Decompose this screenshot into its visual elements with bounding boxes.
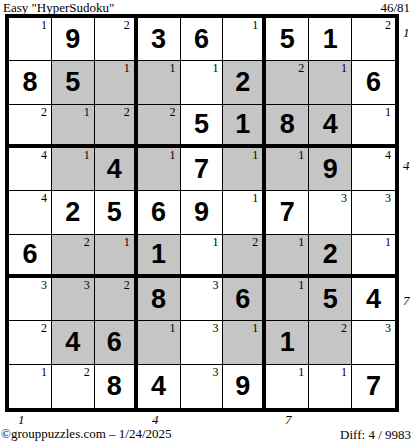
given-digit: 5 xyxy=(107,199,122,226)
cell-r4c2[interactable]: 1 xyxy=(52,148,95,191)
given-digit: 5 xyxy=(65,69,80,96)
cell-r2c9[interactable]: 6 xyxy=(352,61,395,104)
cell-r7c4[interactable]: 8 xyxy=(138,278,181,321)
pencil-mark: 3 xyxy=(385,321,391,335)
cell-r6c1[interactable]: 6 xyxy=(9,235,52,278)
pencil-mark: 4 xyxy=(385,148,391,162)
cell-r2c5[interactable]: 1 xyxy=(181,61,224,104)
given-digit: 6 xyxy=(22,241,37,268)
cell-r3c3[interactable]: 2 xyxy=(95,105,138,148)
cell-r8c5[interactable]: 3 xyxy=(181,321,224,364)
cell-r6c5[interactable]: 1 xyxy=(181,235,224,278)
given-digit: 7 xyxy=(194,156,209,183)
cell-r8c8[interactable]: 2 xyxy=(309,321,352,364)
cell-r8c1[interactable]: 2 xyxy=(9,321,52,364)
given-digit: 4 xyxy=(107,156,122,183)
cell-r6c2[interactable]: 2 xyxy=(52,235,95,278)
cell-r5c5[interactable]: 9 xyxy=(181,191,224,234)
row-label-1: 1 xyxy=(403,26,410,40)
cell-r3c6[interactable]: 1 xyxy=(223,105,266,148)
pencil-mark: 3 xyxy=(212,365,218,379)
cell-r7c2[interactable]: 3 xyxy=(52,278,95,321)
pencil-mark: 1 xyxy=(252,191,258,205)
pencil-mark: 1 xyxy=(84,148,90,162)
cell-r9c6[interactable]: 9 xyxy=(223,365,266,408)
given-digit: 2 xyxy=(235,69,250,96)
pencil-mark: 1 xyxy=(41,365,47,379)
cell-r8c9[interactable]: 3 xyxy=(352,321,395,364)
cell-r9c3[interactable]: 8 xyxy=(95,365,138,408)
pencil-mark: 2 xyxy=(41,105,47,119)
given-digit: 2 xyxy=(323,241,338,268)
cell-r8c6[interactable]: 1 xyxy=(223,321,266,364)
cell-r7c5[interactable]: 3 xyxy=(181,278,224,321)
cell-r1c8[interactable]: 1 xyxy=(309,18,352,61)
given-digit: 6 xyxy=(194,26,209,53)
cell-r3c8[interactable]: 4 xyxy=(309,105,352,148)
cell-r4c3[interactable]: 4 xyxy=(95,148,138,191)
cell-r2c4[interactable]: 1 xyxy=(138,61,181,104)
cell-r1c7[interactable]: 5 xyxy=(266,18,309,61)
copyright-text: ©grouppuzzles.com – 1/24/2025 xyxy=(1,426,172,442)
pencil-mark: 3 xyxy=(341,191,347,205)
pencil-mark: 1 xyxy=(298,365,304,379)
given-digit: 7 xyxy=(280,199,295,226)
cell-r3c4[interactable]: 2 xyxy=(138,105,181,148)
given-digit: 4 xyxy=(151,373,166,400)
cell-r4c5[interactable]: 7 xyxy=(181,148,224,191)
pencil-mark: 2 xyxy=(341,321,347,335)
given-digit: 9 xyxy=(235,373,250,400)
pencil-mark: 2 xyxy=(124,105,130,119)
cell-r5c2[interactable]: 2 xyxy=(52,191,95,234)
given-digit: 1 xyxy=(235,111,250,138)
cell-r7c9[interactable]: 4 xyxy=(352,278,395,321)
cell-r4c9[interactable]: 4 xyxy=(352,148,395,191)
pencil-mark: 1 xyxy=(212,235,218,249)
given-digit: 9 xyxy=(323,156,338,183)
pencil-mark: 2 xyxy=(124,18,130,32)
row-label-4: 4 xyxy=(403,159,410,173)
given-digit: 7 xyxy=(366,373,381,400)
cell-r2c6[interactable]: 2 xyxy=(223,61,266,104)
col-label-7: 7 xyxy=(285,413,292,427)
cell-r5c9[interactable]: 3 xyxy=(352,191,395,234)
pencil-mark: 1 xyxy=(341,365,347,379)
pencil-mark: 1 xyxy=(84,105,90,119)
hypersudoku-board: 1923615128511122162122518414141711944256… xyxy=(5,14,399,412)
pencil-mark: 2 xyxy=(170,105,176,119)
pencil-mark: 2 xyxy=(124,278,130,292)
cell-r3c7[interactable]: 8 xyxy=(266,105,309,148)
pencil-mark: 1 xyxy=(124,61,130,75)
cell-r9c8[interactable]: 1 xyxy=(309,365,352,408)
pencil-mark: 1 xyxy=(252,148,258,162)
cell-r8c4[interactable]: 1 xyxy=(138,321,181,364)
cell-r2c1[interactable]: 8 xyxy=(9,61,52,104)
cell-r7c8[interactable]: 5 xyxy=(309,278,352,321)
cell-r4c7[interactable]: 1 xyxy=(266,148,309,191)
given-digit: 8 xyxy=(22,69,37,96)
given-digit: 1 xyxy=(323,26,338,53)
given-digit: 6 xyxy=(151,199,166,226)
cell-r1c9[interactable]: 2 xyxy=(352,18,395,61)
cell-r2c3[interactable]: 1 xyxy=(95,61,138,104)
cell-r6c9[interactable]: 1 xyxy=(352,235,395,278)
cell-r8c3[interactable]: 6 xyxy=(95,321,138,364)
cell-r9c1[interactable]: 1 xyxy=(9,365,52,408)
cell-r9c9[interactable]: 7 xyxy=(352,365,395,408)
pencil-mark: 1 xyxy=(341,61,347,75)
pencil-mark: 1 xyxy=(170,148,176,162)
pencil-mark: 1 xyxy=(170,61,176,75)
pencil-mark: 1 xyxy=(298,278,304,292)
pencil-mark: 2 xyxy=(385,18,391,32)
cell-r5c6[interactable]: 1 xyxy=(223,191,266,234)
pencil-mark: 1 xyxy=(124,235,130,249)
cell-r5c8[interactable]: 3 xyxy=(309,191,352,234)
cell-r1c1[interactable]: 1 xyxy=(9,18,52,61)
given-digit: 4 xyxy=(323,111,338,138)
pencil-mark: 1 xyxy=(298,148,304,162)
cell-r7c6[interactable]: 6 xyxy=(223,278,266,321)
cell-r8c7[interactable]: 1 xyxy=(266,321,309,364)
cell-r5c1[interactable]: 4 xyxy=(9,191,52,234)
given-digit: 4 xyxy=(65,329,80,356)
pencil-mark: 1 xyxy=(385,105,391,119)
pencil-mark: 3 xyxy=(212,321,218,335)
cell-r4c8[interactable]: 9 xyxy=(309,148,352,191)
pencil-mark: 1 xyxy=(298,235,304,249)
cell-r2c8[interactable]: 1 xyxy=(309,61,352,104)
pencil-mark: 3 xyxy=(41,278,47,292)
pencil-mark: 1 xyxy=(252,18,258,32)
cell-r1c5[interactable]: 6 xyxy=(181,18,224,61)
given-digit: 1 xyxy=(151,241,166,268)
difficulty-text: Diff: 4 / 9983 xyxy=(340,427,411,443)
given-digit: 5 xyxy=(323,286,338,313)
cell-r2c2[interactable]: 5 xyxy=(52,61,95,104)
pencil-mark: 2 xyxy=(298,61,304,75)
cell-r6c8[interactable]: 2 xyxy=(309,235,352,278)
cell-r7c1[interactable]: 3 xyxy=(9,278,52,321)
given-digit: 4 xyxy=(366,286,381,313)
col-label-4: 4 xyxy=(152,413,159,427)
cell-r8c2[interactable]: 4 xyxy=(52,321,95,364)
pencil-mark: 1 xyxy=(212,61,218,75)
col-label-1: 1 xyxy=(18,413,25,427)
pencil-mark: 2 xyxy=(41,321,47,335)
cell-r3c1[interactable]: 2 xyxy=(9,105,52,148)
cell-r6c7[interactable]: 1 xyxy=(266,235,309,278)
pencil-mark: 4 xyxy=(41,191,47,205)
pencil-mark: 4 xyxy=(41,148,47,162)
cell-r4c4[interactable]: 1 xyxy=(138,148,181,191)
cell-r3c2[interactable]: 1 xyxy=(52,105,95,148)
pencil-mark: 1 xyxy=(41,18,47,32)
given-digit: 6 xyxy=(366,69,381,96)
given-digit: 9 xyxy=(65,26,80,53)
pencil-mark: 2 xyxy=(84,365,90,379)
cell-r3c5[interactable]: 5 xyxy=(181,105,224,148)
cell-r2c7[interactable]: 2 xyxy=(266,61,309,104)
row-label-7: 7 xyxy=(403,294,410,308)
cell-r9c7[interactable]: 1 xyxy=(266,365,309,408)
cell-r9c4[interactable]: 4 xyxy=(138,365,181,408)
cell-r9c5[interactable]: 3 xyxy=(181,365,224,408)
given-digit: 8 xyxy=(151,286,166,313)
given-digit: 9 xyxy=(194,199,209,226)
given-digit: 6 xyxy=(235,286,250,313)
cell-r7c3[interactable]: 2 xyxy=(95,278,138,321)
cell-r3c9[interactable]: 1 xyxy=(352,105,395,148)
cell-r5c3[interactable]: 5 xyxy=(95,191,138,234)
pencil-mark: 2 xyxy=(252,235,258,249)
pencil-mark: 3 xyxy=(84,278,90,292)
given-digit: 2 xyxy=(65,199,80,226)
cell-r6c3[interactable]: 1 xyxy=(95,235,138,278)
pencil-mark: 3 xyxy=(385,191,391,205)
given-digit: 8 xyxy=(107,373,122,400)
cell-r6c4[interactable]: 1 xyxy=(138,235,181,278)
pencil-mark: 1 xyxy=(385,235,391,249)
given-digit: 5 xyxy=(280,26,295,53)
cell-r4c6[interactable]: 1 xyxy=(223,148,266,191)
cell-r7c7[interactable]: 1 xyxy=(266,278,309,321)
given-digit: 5 xyxy=(194,111,209,138)
pencil-mark: 1 xyxy=(252,321,258,335)
cell-r1c3[interactable]: 2 xyxy=(95,18,138,61)
given-digit: 6 xyxy=(107,329,122,356)
cell-r1c4[interactable]: 3 xyxy=(138,18,181,61)
pencil-mark: 2 xyxy=(84,235,90,249)
cell-r6c6[interactable]: 2 xyxy=(223,235,266,278)
cell-r5c4[interactable]: 6 xyxy=(138,191,181,234)
given-digit: 8 xyxy=(280,111,295,138)
pencil-mark: 1 xyxy=(170,321,176,335)
given-digit: 1 xyxy=(280,329,295,356)
pencil-mark: 3 xyxy=(212,278,218,292)
given-digit: 3 xyxy=(151,26,166,53)
cell-r9c2[interactable]: 2 xyxy=(52,365,95,408)
cell-r1c6[interactable]: 1 xyxy=(223,18,266,61)
cell-r5c7[interactable]: 7 xyxy=(266,191,309,234)
cell-r1c2[interactable]: 9 xyxy=(52,18,95,61)
cell-r4c1[interactable]: 4 xyxy=(9,148,52,191)
